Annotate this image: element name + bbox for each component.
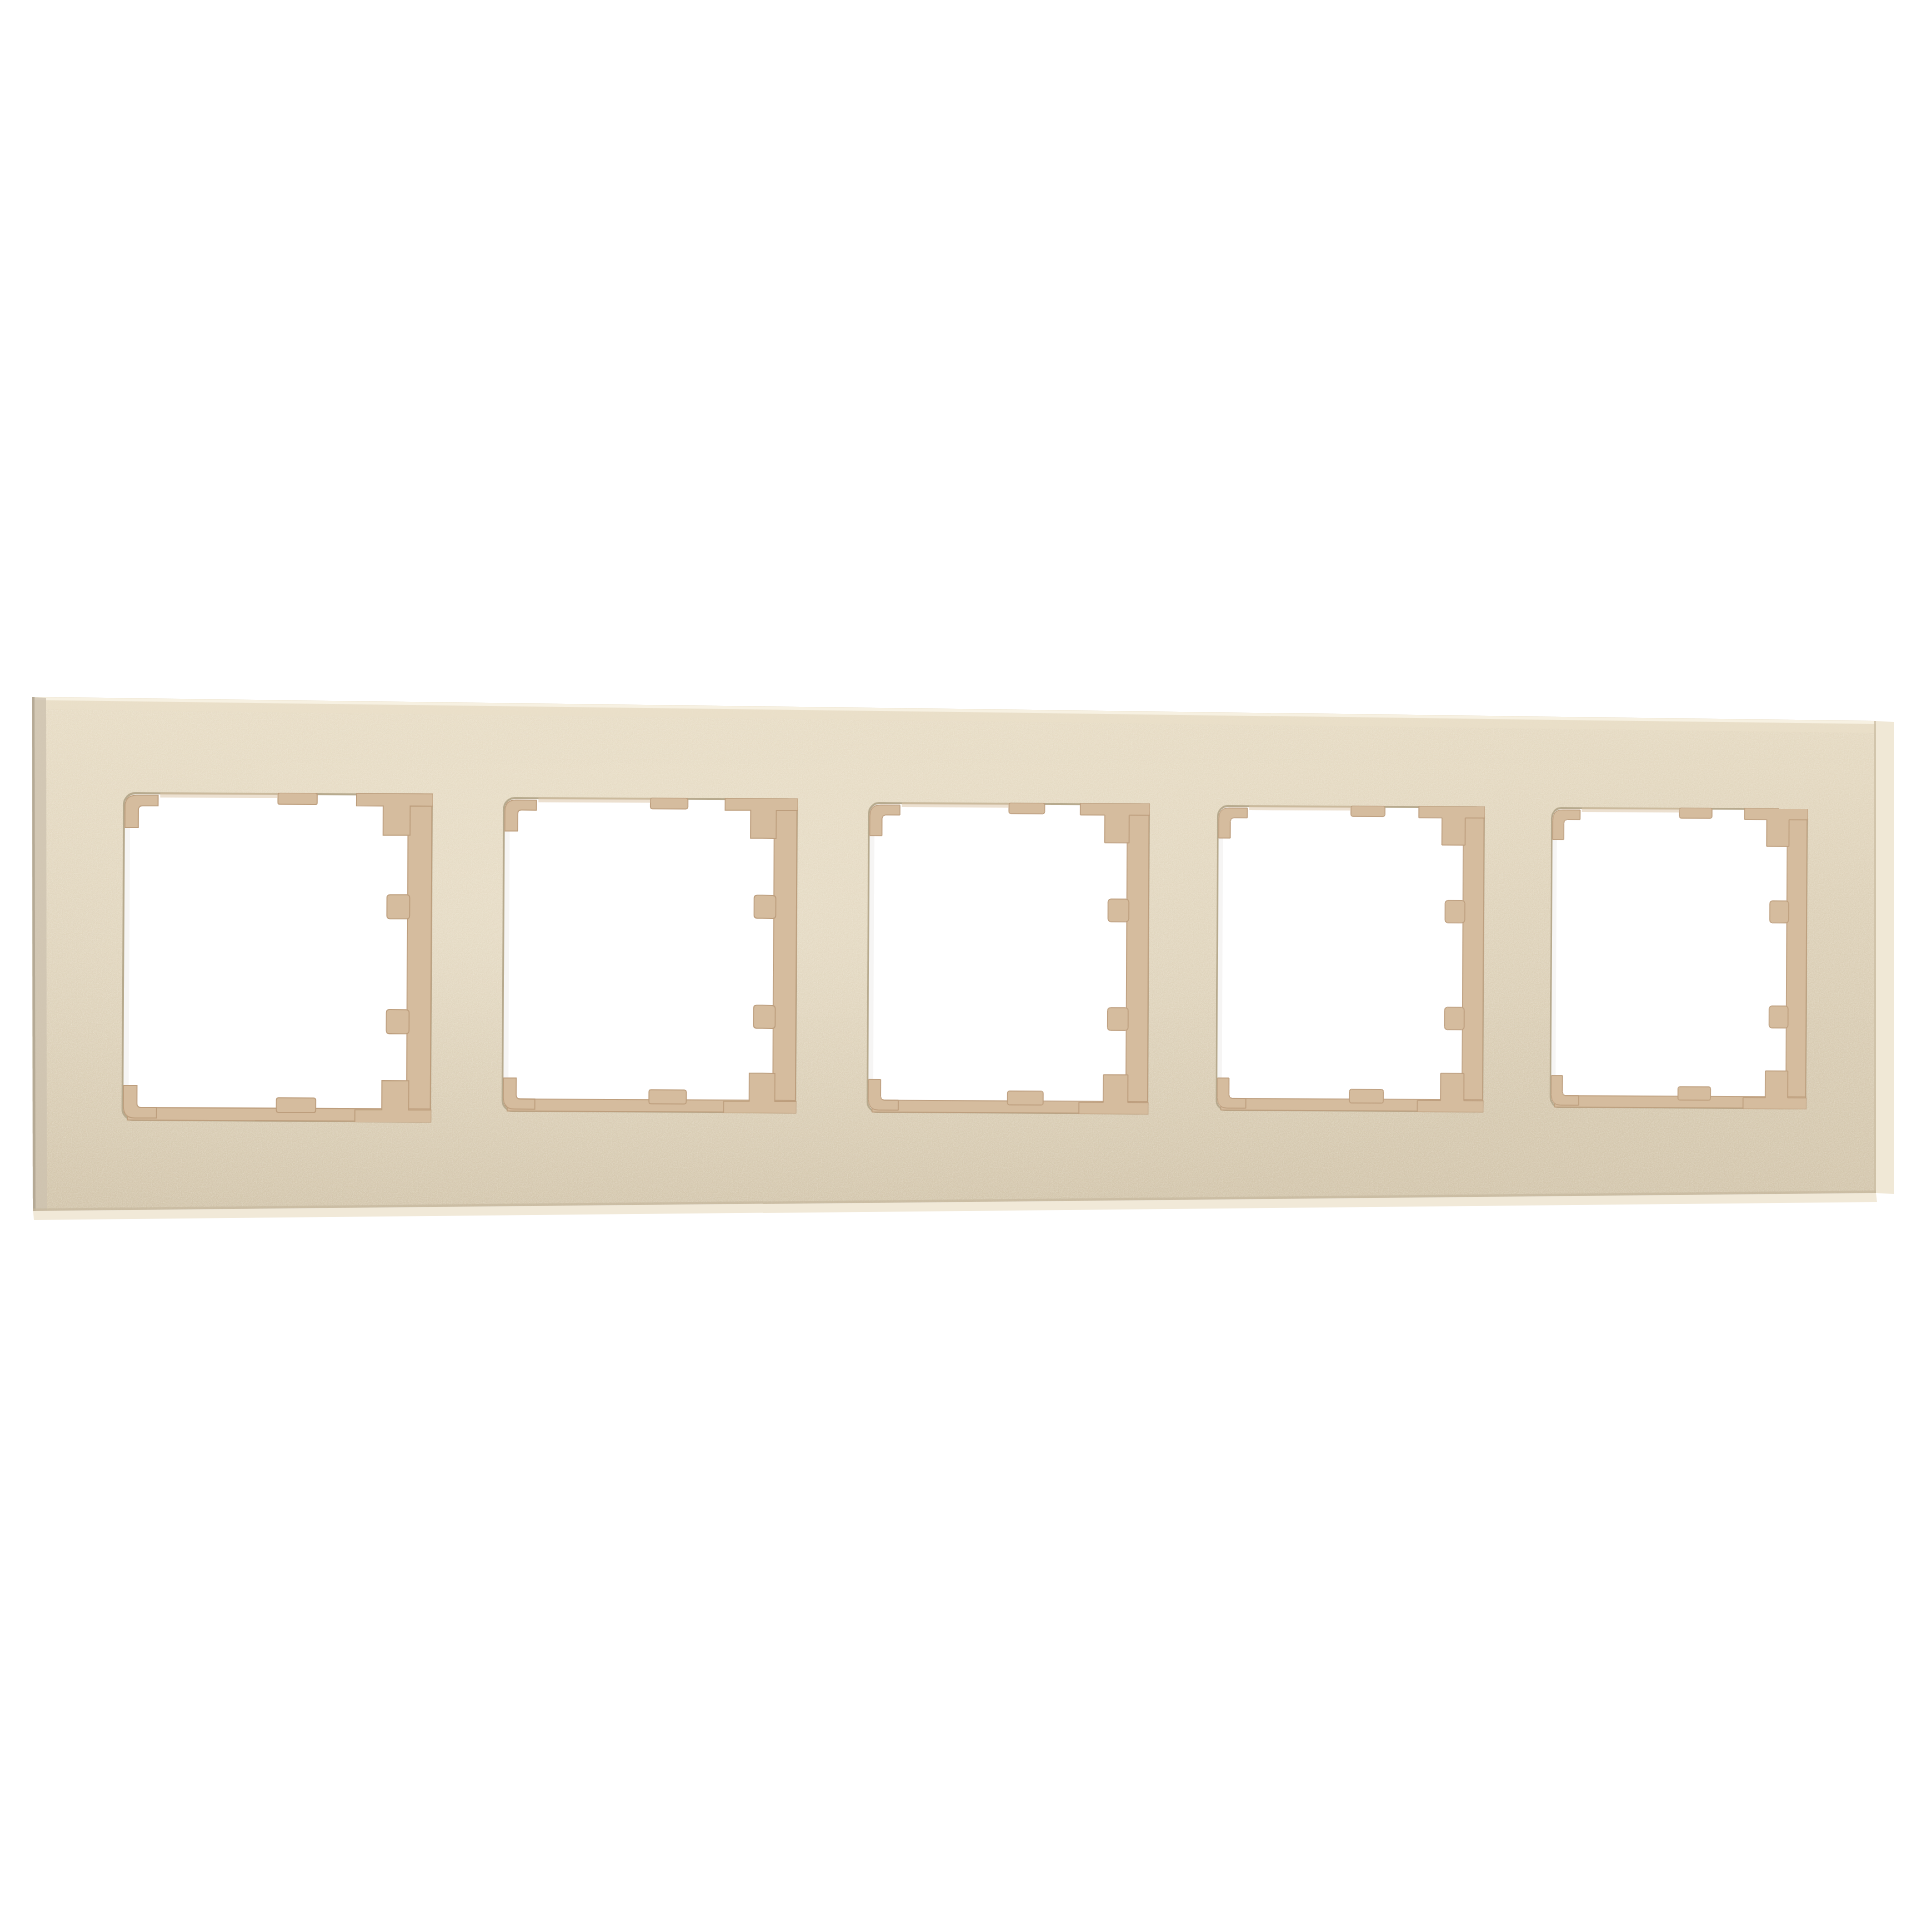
socket-window-opening-2 [502, 797, 798, 1114]
socket-window-opening-4 [1216, 805, 1485, 1112]
glass-frame-illustration [0, 0, 1920, 1920]
glass-right-edge [1876, 721, 1894, 1194]
socket-window-opening-5 [1550, 807, 1808, 1109]
product-photo [0, 0, 1920, 1920]
socket-window-opening-3 [867, 802, 1150, 1114]
socket-window-opening-1 [122, 792, 433, 1123]
window-openings [122, 792, 1808, 1123]
glass-right-edge-line [1874, 721, 1876, 1193]
